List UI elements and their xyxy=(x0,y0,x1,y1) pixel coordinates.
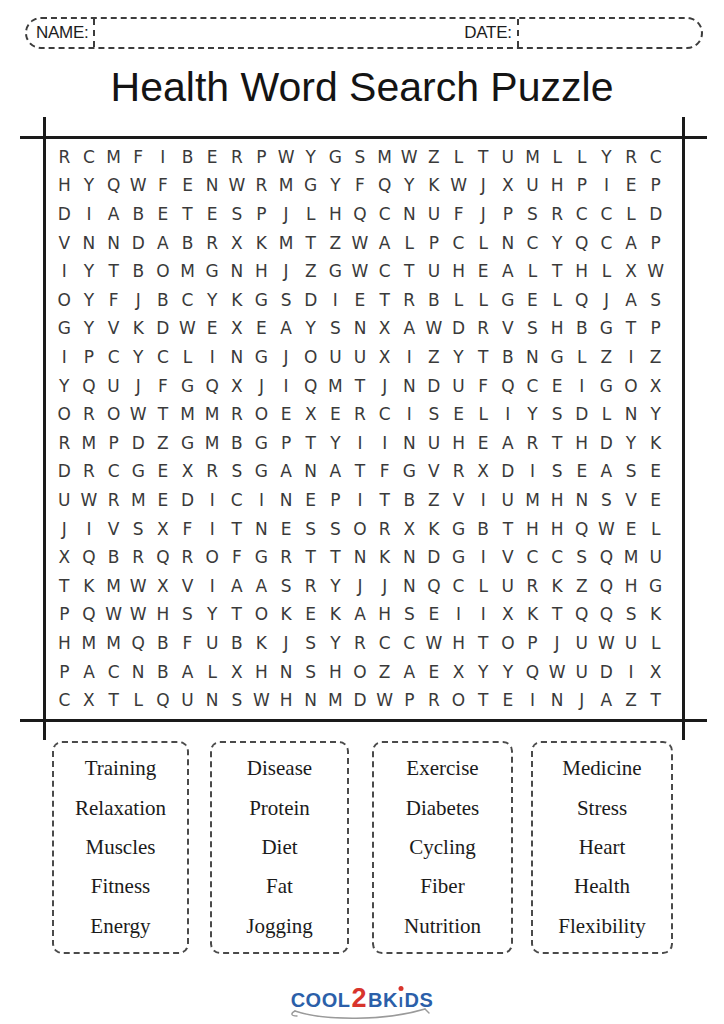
grid-cell-r7c11[interactable]: Y xyxy=(298,315,323,344)
grid-cell-r19c18[interactable]: Y xyxy=(471,658,496,687)
grid-cell-r15c17[interactable]: G xyxy=(446,543,471,572)
grid-cell-r1c11[interactable]: Y xyxy=(298,143,323,172)
grid-cell-r14c10[interactable]: E xyxy=(274,515,299,544)
grid-cell-r6c14[interactable]: T xyxy=(372,286,397,315)
grid-cell-r4c6[interactable]: B xyxy=(175,229,200,258)
grid-cell-r8c24[interactable]: I xyxy=(619,343,644,372)
grid-cell-r12c6[interactable]: X xyxy=(175,458,200,487)
grid-cell-r2c24[interactable]: E xyxy=(619,172,644,201)
grid-cell-r20c10[interactable]: H xyxy=(274,686,299,715)
grid-cell-r2c11[interactable]: G xyxy=(298,172,323,201)
grid-cell-r6c15[interactable]: R xyxy=(397,286,422,315)
grid-cell-r16c19[interactable]: U xyxy=(496,572,521,601)
grid-cell-r17c16[interactable]: E xyxy=(422,601,447,630)
grid-cell-r5c4[interactable]: B xyxy=(126,257,151,286)
grid-cell-r6c24[interactable]: A xyxy=(619,286,644,315)
grid-cell-r13c25[interactable]: E xyxy=(643,486,668,515)
grid-cell-r16c13[interactable]: J xyxy=(348,572,373,601)
grid-cell-r20c15[interactable]: P xyxy=(397,686,422,715)
grid-cell-r10c21[interactable]: S xyxy=(545,400,570,429)
grid-cell-r18c12[interactable]: Y xyxy=(323,629,348,658)
grid-cell-r15c16[interactable]: D xyxy=(422,543,447,572)
grid-cell-r16c9[interactable]: A xyxy=(249,572,274,601)
grid-cell-r8c6[interactable]: L xyxy=(175,343,200,372)
grid-cell-r16c2[interactable]: K xyxy=(77,572,102,601)
grid-cell-r10c3[interactable]: O xyxy=(101,400,126,429)
grid-cell-r11c17[interactable]: H xyxy=(446,429,471,458)
grid-cell-r11c19[interactable]: A xyxy=(496,429,521,458)
grid-cell-r8c2[interactable]: P xyxy=(77,343,102,372)
grid-cell-r6c5[interactable]: B xyxy=(151,286,176,315)
grid-cell-r3c19[interactable]: P xyxy=(496,200,521,229)
grid-cell-r20c1[interactable]: C xyxy=(52,686,77,715)
grid-cell-r12c11[interactable]: N xyxy=(298,458,323,487)
grid-cell-r6c9[interactable]: G xyxy=(249,286,274,315)
grid-cell-r11c13[interactable]: I xyxy=(348,429,373,458)
grid-cell-r12c3[interactable]: C xyxy=(101,458,126,487)
grid-cell-r4c16[interactable]: P xyxy=(422,229,447,258)
grid-cell-r3c3[interactable]: A xyxy=(101,200,126,229)
grid-cell-r17c9[interactable]: O xyxy=(249,601,274,630)
grid-cell-r17c1[interactable]: P xyxy=(52,601,77,630)
grid-cell-r3c6[interactable]: T xyxy=(175,200,200,229)
grid-cell-r13c21[interactable]: H xyxy=(545,486,570,515)
grid-cell-r6c10[interactable]: S xyxy=(274,286,299,315)
grid-cell-r9c4[interactable]: J xyxy=(126,372,151,401)
grid-cell-r12c21[interactable]: S xyxy=(545,458,570,487)
grid-cell-r2c7[interactable]: N xyxy=(200,172,225,201)
grid-cell-r5c14[interactable]: C xyxy=(372,257,397,286)
grid-cell-r20c23[interactable]: A xyxy=(594,686,619,715)
name-input[interactable] xyxy=(93,19,455,47)
grid-cell-r4c3[interactable]: N xyxy=(101,229,126,258)
grid-cell-r12c2[interactable]: R xyxy=(77,458,102,487)
grid-cell-r8c9[interactable]: G xyxy=(249,343,274,372)
grid-cell-r1c18[interactable]: T xyxy=(471,143,496,172)
grid-cell-r3c7[interactable]: E xyxy=(200,200,225,229)
grid-cell-r15c20[interactable]: C xyxy=(520,543,545,572)
grid-cell-r17c2[interactable]: Q xyxy=(77,601,102,630)
grid-cell-r10c4[interactable]: W xyxy=(126,400,151,429)
grid-cell-r6c25[interactable]: S xyxy=(643,286,668,315)
grid-cell-r9c18[interactable]: F xyxy=(471,372,496,401)
grid-cell-r2c20[interactable]: U xyxy=(520,172,545,201)
grid-cell-r17c12[interactable]: K xyxy=(323,601,348,630)
grid-cell-r17c4[interactable]: W xyxy=(126,601,151,630)
grid-cell-r9c2[interactable]: Q xyxy=(77,372,102,401)
grid-cell-r17c15[interactable]: S xyxy=(397,601,422,630)
grid-cell-r6c2[interactable]: Y xyxy=(77,286,102,315)
grid-cell-r4c12[interactable]: Z xyxy=(323,229,348,258)
grid-cell-r14c6[interactable]: F xyxy=(175,515,200,544)
grid-cell-r10c17[interactable]: E xyxy=(446,400,471,429)
grid-cell-r18c19[interactable]: O xyxy=(496,629,521,658)
grid-cell-r11c2[interactable]: M xyxy=(77,429,102,458)
grid-cell-r6c19[interactable]: G xyxy=(496,286,521,315)
grid-cell-r16c18[interactable]: L xyxy=(471,572,496,601)
grid-cell-r16c8[interactable]: A xyxy=(224,572,249,601)
grid-cell-r20c6[interactable]: U xyxy=(175,686,200,715)
grid-cell-r17c6[interactable]: S xyxy=(175,601,200,630)
grid-cell-r8c23[interactable]: Z xyxy=(594,343,619,372)
grid-cell-r10c19[interactable]: I xyxy=(496,400,521,429)
grid-cell-r11c21[interactable]: T xyxy=(545,429,570,458)
grid-cell-r8c16[interactable]: Z xyxy=(422,343,447,372)
grid-cell-r17c24[interactable]: S xyxy=(619,601,644,630)
grid-cell-r19c24[interactable]: I xyxy=(619,658,644,687)
grid-cell-r10c9[interactable]: O xyxy=(249,400,274,429)
grid-cell-r16c16[interactable]: Q xyxy=(422,572,447,601)
grid-cell-r13c17[interactable]: V xyxy=(446,486,471,515)
grid-cell-r13c3[interactable]: R xyxy=(101,486,126,515)
grid-cell-r15c23[interactable]: Q xyxy=(594,543,619,572)
grid-cell-r12c14[interactable]: F xyxy=(372,458,397,487)
grid-cell-r8c22[interactable]: L xyxy=(569,343,594,372)
grid-cell-r20c7[interactable]: N xyxy=(200,686,225,715)
grid-cell-r17c14[interactable]: H xyxy=(372,601,397,630)
grid-cell-r19c20[interactable]: Q xyxy=(520,658,545,687)
grid-cell-r11c24[interactable]: Y xyxy=(619,429,644,458)
grid-cell-r4c9[interactable]: K xyxy=(249,229,274,258)
grid-cell-r5c22[interactable]: H xyxy=(569,257,594,286)
grid-cell-r6c11[interactable]: D xyxy=(298,286,323,315)
grid-cell-r6c23[interactable]: J xyxy=(594,286,619,315)
grid-cell-r7c18[interactable]: R xyxy=(471,315,496,344)
grid-cell-r3c1[interactable]: D xyxy=(52,200,77,229)
grid-cell-r2c23[interactable]: I xyxy=(594,172,619,201)
grid-cell-r8c25[interactable]: Z xyxy=(643,343,668,372)
grid-cell-r1c6[interactable]: B xyxy=(175,143,200,172)
grid-cell-r18c25[interactable]: L xyxy=(643,629,668,658)
grid-cell-r14c22[interactable]: Q xyxy=(569,515,594,544)
grid-cell-r7c20[interactable]: S xyxy=(520,315,545,344)
grid-cell-r8c5[interactable]: C xyxy=(151,343,176,372)
grid-cell-r4c24[interactable]: A xyxy=(619,229,644,258)
grid-cell-r10c8[interactable]: R xyxy=(224,400,249,429)
grid-cell-r6c22[interactable]: Q xyxy=(569,286,594,315)
grid-cell-r14c17[interactable]: G xyxy=(446,515,471,544)
grid-cell-r3c9[interactable]: P xyxy=(249,200,274,229)
grid-cell-r4c15[interactable]: L xyxy=(397,229,422,258)
grid-cell-r5c24[interactable]: X xyxy=(619,257,644,286)
grid-cell-r10c10[interactable]: E xyxy=(274,400,299,429)
grid-cell-r18c2[interactable]: M xyxy=(77,629,102,658)
grid-cell-r11c6[interactable]: G xyxy=(175,429,200,458)
grid-cell-r9c3[interactable]: U xyxy=(101,372,126,401)
grid-cell-r6c6[interactable]: C xyxy=(175,286,200,315)
grid-cell-r14c5[interactable]: X xyxy=(151,515,176,544)
grid-cell-r17c21[interactable]: T xyxy=(545,601,570,630)
grid-cell-r14c21[interactable]: H xyxy=(545,515,570,544)
grid-cell-r20c11[interactable]: N xyxy=(298,686,323,715)
grid-cell-r10c5[interactable]: T xyxy=(151,400,176,429)
grid-cell-r10c24[interactable]: N xyxy=(619,400,644,429)
grid-cell-r14c14[interactable]: R xyxy=(372,515,397,544)
grid-cell-r7c4[interactable]: K xyxy=(126,315,151,344)
grid-cell-r2c10[interactable]: M xyxy=(274,172,299,201)
grid-cell-r14c12[interactable]: S xyxy=(323,515,348,544)
grid-cell-r2c17[interactable]: W xyxy=(446,172,471,201)
grid-cell-r9c17[interactable]: U xyxy=(446,372,471,401)
grid-cell-r5c6[interactable]: M xyxy=(175,257,200,286)
grid-cell-r4c13[interactable]: W xyxy=(348,229,373,258)
grid-cell-r18c18[interactable]: T xyxy=(471,629,496,658)
grid-cell-r18c16[interactable]: W xyxy=(422,629,447,658)
grid-cell-r11c12[interactable]: Y xyxy=(323,429,348,458)
grid-cell-r12c9[interactable]: G xyxy=(249,458,274,487)
grid-cell-r1c20[interactable]: M xyxy=(520,143,545,172)
grid-cell-r15c10[interactable]: R xyxy=(274,543,299,572)
grid-cell-r15c2[interactable]: Q xyxy=(77,543,102,572)
grid-cell-r17c19[interactable]: X xyxy=(496,601,521,630)
grid-cell-r6c17[interactable]: L xyxy=(446,286,471,315)
grid-cell-r7c2[interactable]: Y xyxy=(77,315,102,344)
grid-cell-r3c11[interactable]: L xyxy=(298,200,323,229)
grid-cell-r9c14[interactable]: J xyxy=(372,372,397,401)
grid-cell-r12c12[interactable]: A xyxy=(323,458,348,487)
grid-cell-r10c2[interactable]: R xyxy=(77,400,102,429)
grid-cell-r5c25[interactable]: W xyxy=(643,257,668,286)
grid-cell-r14c15[interactable]: X xyxy=(397,515,422,544)
grid-cell-r10c20[interactable]: Y xyxy=(520,400,545,429)
grid-cell-r1c1[interactable]: R xyxy=(52,143,77,172)
grid-cell-r5c18[interactable]: E xyxy=(471,257,496,286)
grid-cell-r4c22[interactable]: Q xyxy=(569,229,594,258)
grid-cell-r11c3[interactable]: P xyxy=(101,429,126,458)
grid-cell-r3c16[interactable]: U xyxy=(422,200,447,229)
grid-cell-r13c6[interactable]: D xyxy=(175,486,200,515)
grid-cell-r2c3[interactable]: Q xyxy=(101,172,126,201)
grid-cell-r2c9[interactable]: R xyxy=(249,172,274,201)
grid-cell-r13c2[interactable]: W xyxy=(77,486,102,515)
grid-cell-r14c20[interactable]: H xyxy=(520,515,545,544)
grid-cell-r14c23[interactable]: W xyxy=(594,515,619,544)
grid-cell-r10c16[interactable]: S xyxy=(422,400,447,429)
grid-cell-r14c24[interactable]: E xyxy=(619,515,644,544)
grid-cell-r1c12[interactable]: G xyxy=(323,143,348,172)
grid-cell-r20c4[interactable]: L xyxy=(126,686,151,715)
date-input[interactable] xyxy=(517,19,701,47)
grid-cell-r5c23[interactable]: L xyxy=(594,257,619,286)
grid-cell-r15c8[interactable]: F xyxy=(224,543,249,572)
grid-cell-r19c19[interactable]: Y xyxy=(496,658,521,687)
grid-cell-r7c1[interactable]: G xyxy=(52,315,77,344)
grid-cell-r11c4[interactable]: D xyxy=(126,429,151,458)
grid-cell-r3c18[interactable]: J xyxy=(471,200,496,229)
grid-cell-r16c11[interactable]: R xyxy=(298,572,323,601)
grid-cell-r8c7[interactable]: I xyxy=(200,343,225,372)
grid-cell-r5c20[interactable]: L xyxy=(520,257,545,286)
grid-cell-r19c22[interactable]: U xyxy=(569,658,594,687)
grid-cell-r12c22[interactable]: E xyxy=(569,458,594,487)
grid-cell-r8c1[interactable]: I xyxy=(52,343,77,372)
grid-cell-r13c24[interactable]: V xyxy=(619,486,644,515)
grid-cell-r19c5[interactable]: B xyxy=(151,658,176,687)
grid-cell-r12c7[interactable]: R xyxy=(200,458,225,487)
grid-cell-r15c5[interactable]: Q xyxy=(151,543,176,572)
grid-cell-r8c12[interactable]: U xyxy=(323,343,348,372)
grid-cell-r16c6[interactable]: V xyxy=(175,572,200,601)
grid-cell-r7c7[interactable]: E xyxy=(200,315,225,344)
grid-cell-r7c24[interactable]: T xyxy=(619,315,644,344)
grid-cell-r17c18[interactable]: I xyxy=(471,601,496,630)
grid-cell-r4c1[interactable]: V xyxy=(52,229,77,258)
grid-cell-r5c1[interactable]: I xyxy=(52,257,77,286)
grid-cell-r14c16[interactable]: K xyxy=(422,515,447,544)
grid-cell-r12c4[interactable]: G xyxy=(126,458,151,487)
grid-cell-r12c25[interactable]: E xyxy=(643,458,668,487)
grid-cell-r10c25[interactable]: Y xyxy=(643,400,668,429)
grid-cell-r1c8[interactable]: R xyxy=(224,143,249,172)
grid-cell-r8c18[interactable]: T xyxy=(471,343,496,372)
grid-cell-r13c7[interactable]: I xyxy=(200,486,225,515)
grid-cell-r13c20[interactable]: M xyxy=(520,486,545,515)
grid-cell-r8c13[interactable]: U xyxy=(348,343,373,372)
grid-cell-r10c1[interactable]: O xyxy=(52,400,77,429)
grid-cell-r18c22[interactable]: U xyxy=(569,629,594,658)
grid-cell-r3c17[interactable]: F xyxy=(446,200,471,229)
grid-cell-r18c7[interactable]: U xyxy=(200,629,225,658)
grid-cell-r7c21[interactable]: H xyxy=(545,315,570,344)
grid-cell-r8c17[interactable]: Y xyxy=(446,343,471,372)
grid-cell-r18c3[interactable]: M xyxy=(101,629,126,658)
grid-cell-r18c23[interactable]: W xyxy=(594,629,619,658)
grid-cell-r15c13[interactable]: N xyxy=(348,543,373,572)
grid-cell-r18c9[interactable]: K xyxy=(249,629,274,658)
grid-cell-r14c19[interactable]: T xyxy=(496,515,521,544)
grid-cell-r9c23[interactable]: G xyxy=(594,372,619,401)
grid-cell-r4c10[interactable]: M xyxy=(274,229,299,258)
grid-cell-r14c25[interactable]: L xyxy=(643,515,668,544)
grid-cell-r11c7[interactable]: M xyxy=(200,429,225,458)
grid-cell-r6c18[interactable]: L xyxy=(471,286,496,315)
grid-cell-r8c20[interactable]: N xyxy=(520,343,545,372)
grid-cell-r11c14[interactable]: I xyxy=(372,429,397,458)
grid-cell-r8c8[interactable]: N xyxy=(224,343,249,372)
grid-cell-r10c6[interactable]: M xyxy=(175,400,200,429)
grid-cell-r12c24[interactable]: S xyxy=(619,458,644,487)
grid-cell-r16c21[interactable]: K xyxy=(545,572,570,601)
grid-cell-r3c4[interactable]: B xyxy=(126,200,151,229)
grid-cell-r4c20[interactable]: C xyxy=(520,229,545,258)
grid-cell-r16c14[interactable]: J xyxy=(372,572,397,601)
grid-cell-r1c24[interactable]: R xyxy=(619,143,644,172)
grid-cell-r14c4[interactable]: S xyxy=(126,515,151,544)
grid-cell-r19c9[interactable]: H xyxy=(249,658,274,687)
grid-cell-r17c11[interactable]: E xyxy=(298,601,323,630)
grid-cell-r1c10[interactable]: W xyxy=(274,143,299,172)
grid-cell-r6c20[interactable]: E xyxy=(520,286,545,315)
grid-cell-r12c16[interactable]: V xyxy=(422,458,447,487)
grid-cell-r9c1[interactable]: Y xyxy=(52,372,77,401)
grid-cell-r5c15[interactable]: T xyxy=(397,257,422,286)
grid-cell-r18c6[interactable]: F xyxy=(175,629,200,658)
grid-cell-r19c3[interactable]: C xyxy=(101,658,126,687)
grid-cell-r11c8[interactable]: B xyxy=(224,429,249,458)
grid-cell-r19c11[interactable]: S xyxy=(298,658,323,687)
grid-cell-r13c5[interactable]: E xyxy=(151,486,176,515)
grid-cell-r10c23[interactable]: L xyxy=(594,400,619,429)
grid-cell-r9c11[interactable]: Q xyxy=(298,372,323,401)
grid-cell-r9c19[interactable]: Q xyxy=(496,372,521,401)
grid-cell-r13c22[interactable]: N xyxy=(569,486,594,515)
grid-cell-r19c14[interactable]: Z xyxy=(372,658,397,687)
grid-cell-r18c21[interactable]: J xyxy=(545,629,570,658)
grid-cell-r13c9[interactable]: I xyxy=(249,486,274,515)
grid-cell-r14c3[interactable]: V xyxy=(101,515,126,544)
grid-cell-r15c7[interactable]: O xyxy=(200,543,225,572)
grid-cell-r6c4[interactable]: J xyxy=(126,286,151,315)
grid-cell-r5c3[interactable]: T xyxy=(101,257,126,286)
grid-cell-r10c13[interactable]: R xyxy=(348,400,373,429)
grid-cell-r14c9[interactable]: N xyxy=(249,515,274,544)
grid-cell-r5c17[interactable]: H xyxy=(446,257,471,286)
grid-cell-r16c10[interactable]: S xyxy=(274,572,299,601)
grid-cell-r10c7[interactable]: M xyxy=(200,400,225,429)
grid-cell-r1c3[interactable]: M xyxy=(101,143,126,172)
grid-cell-r3c25[interactable]: D xyxy=(643,200,668,229)
grid-cell-r1c25[interactable]: C xyxy=(643,143,668,172)
grid-cell-r18c15[interactable]: C xyxy=(397,629,422,658)
grid-cell-r9c12[interactable]: M xyxy=(323,372,348,401)
grid-cell-r16c12[interactable]: Y xyxy=(323,572,348,601)
grid-cell-r19c21[interactable]: W xyxy=(545,658,570,687)
grid-cell-r1c21[interactable]: L xyxy=(545,143,570,172)
grid-cell-r3c23[interactable]: C xyxy=(594,200,619,229)
grid-cell-r2c21[interactable]: H xyxy=(545,172,570,201)
grid-cell-r12c5[interactable]: E xyxy=(151,458,176,487)
grid-cell-r15c6[interactable]: R xyxy=(175,543,200,572)
grid-cell-r1c5[interactable]: I xyxy=(151,143,176,172)
grid-cell-r20c20[interactable]: I xyxy=(520,686,545,715)
grid-cell-r6c1[interactable]: O xyxy=(52,286,77,315)
grid-cell-r10c18[interactable]: L xyxy=(471,400,496,429)
grid-cell-r19c4[interactable]: N xyxy=(126,658,151,687)
grid-cell-r12c8[interactable]: S xyxy=(224,458,249,487)
grid-cell-r15c3[interactable]: B xyxy=(101,543,126,572)
grid-cell-r19c6[interactable]: A xyxy=(175,658,200,687)
grid-cell-r3c2[interactable]: I xyxy=(77,200,102,229)
grid-cell-r20c14[interactable]: W xyxy=(372,686,397,715)
grid-cell-r20c19[interactable]: E xyxy=(496,686,521,715)
grid-cell-r13c18[interactable]: I xyxy=(471,486,496,515)
grid-cell-r13c16[interactable]: Z xyxy=(422,486,447,515)
grid-cell-r17c25[interactable]: K xyxy=(643,601,668,630)
grid-cell-r11c23[interactable]: D xyxy=(594,429,619,458)
grid-cell-r3c24[interactable]: L xyxy=(619,200,644,229)
grid-cell-r7c23[interactable]: G xyxy=(594,315,619,344)
grid-cell-r2c1[interactable]: H xyxy=(52,172,77,201)
grid-cell-r17c3[interactable]: W xyxy=(101,601,126,630)
grid-cell-r17c5[interactable]: H xyxy=(151,601,176,630)
grid-cell-r11c18[interactable]: E xyxy=(471,429,496,458)
grid-cell-r6c16[interactable]: B xyxy=(422,286,447,315)
grid-cell-r1c4[interactable]: F xyxy=(126,143,151,172)
grid-cell-r11c9[interactable]: G xyxy=(249,429,274,458)
grid-cell-r2c5[interactable]: F xyxy=(151,172,176,201)
grid-cell-r2c13[interactable]: F xyxy=(348,172,373,201)
grid-cell-r3c12[interactable]: H xyxy=(323,200,348,229)
grid-cell-r20c12[interactable]: M xyxy=(323,686,348,715)
grid-cell-r10c15[interactable]: I xyxy=(397,400,422,429)
grid-cell-r2c12[interactable]: Y xyxy=(323,172,348,201)
grid-cell-r16c24[interactable]: H xyxy=(619,572,644,601)
grid-cell-r20c17[interactable]: O xyxy=(446,686,471,715)
grid-cell-r4c8[interactable]: X xyxy=(224,229,249,258)
grid-cell-r4c11[interactable]: T xyxy=(298,229,323,258)
grid-cell-r3c22[interactable]: C xyxy=(569,200,594,229)
grid-cell-r7c12[interactable]: S xyxy=(323,315,348,344)
